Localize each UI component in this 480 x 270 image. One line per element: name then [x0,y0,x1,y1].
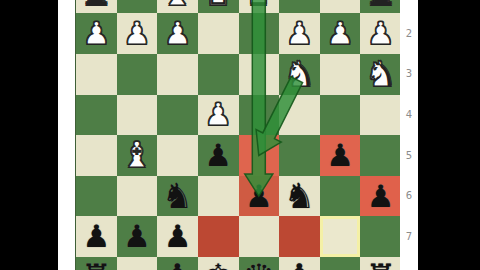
letterbox-left [0,0,58,270]
piece-black-king[interactable]: ♚ [202,260,233,270]
square-f5[interactable] [157,135,198,176]
square-a4[interactable] [360,95,400,136]
square-d6[interactable]: ♟ [239,176,280,217]
square-b6[interactable] [320,176,361,217]
square-a8[interactable]: ♜ [360,257,400,270]
square-g6[interactable] [117,176,158,217]
square-e1[interactable]: ♚ [198,0,239,13]
rank-label-6: 6 [400,190,418,202]
square-f3[interactable] [157,54,198,95]
piece-white-king[interactable]: ♚ [202,0,233,11]
piece-black-pawn[interactable]: ♟ [245,181,273,212]
square-b7[interactable] [320,216,361,257]
square-f2[interactable]: ♟ [157,13,198,54]
rank-label-gutter: 12345678 [400,0,418,270]
piece-black-bishop[interactable]: ♝ [284,260,315,270]
square-c6[interactable]: ♞ [279,176,320,217]
square-d5[interactable] [239,135,280,176]
square-g5[interactable]: ♝ [117,135,158,176]
square-b2[interactable]: ♟ [320,13,361,54]
square-f6[interactable]: ♞ [157,176,198,217]
square-d1[interactable]: ♛ [239,0,280,13]
square-b8[interactable] [320,257,361,270]
board-grid: ♜♝♚♛♜♟♟♟♟♟♟♞♞♟♝♟♟♞♟♞♟♟♟♟♜♝♚♛♝♜ [76,0,400,270]
piece-white-pawn[interactable]: ♟ [286,18,314,49]
piece-black-rook[interactable]: ♜ [365,260,396,270]
piece-white-pawn[interactable]: ♟ [123,18,151,49]
piece-white-knight[interactable]: ♞ [365,57,396,92]
video-frame: ♜♝♚♛♜♟♟♟♟♟♟♞♞♟♝♟♟♞♟♞♟♟♟♟♜♝♚♛♝♜ 12345678 [0,0,480,270]
piece-white-bishop[interactable]: ♝ [121,138,152,173]
piece-white-pawn[interactable]: ♟ [164,18,192,49]
rank-label-5: 5 [400,150,418,162]
rank-label-2: 2 [400,28,418,40]
square-a7[interactable] [360,216,400,257]
piece-white-queen[interactable]: ♛ [243,0,274,11]
square-e5[interactable]: ♟ [198,135,239,176]
square-e8[interactable]: ♚ [198,257,239,270]
square-e7[interactable] [198,216,239,257]
piece-black-knight[interactable]: ♞ [162,179,193,214]
piece-black-queen[interactable]: ♛ [243,260,274,270]
square-g2[interactable]: ♟ [117,13,158,54]
square-h2[interactable]: ♟ [76,13,117,54]
square-g4[interactable] [117,95,158,136]
square-h1[interactable]: ♜ [76,0,117,13]
square-d4[interactable] [239,95,280,136]
piece-black-pawn[interactable]: ♟ [123,221,151,252]
square-a5[interactable] [360,135,400,176]
piece-white-pawn[interactable]: ♟ [326,18,354,49]
square-d8[interactable]: ♛ [239,257,280,270]
square-e3[interactable] [198,54,239,95]
square-c3[interactable]: ♞ [279,54,320,95]
square-c4[interactable] [279,95,320,136]
piece-white-knight[interactable]: ♞ [284,57,315,92]
piece-black-rook[interactable]: ♜ [81,260,112,270]
square-a2[interactable]: ♟ [360,13,400,54]
square-b5[interactable]: ♟ [320,135,361,176]
piece-white-pawn[interactable]: ♟ [367,18,395,49]
square-e6[interactable] [198,176,239,217]
square-f7[interactable]: ♟ [157,216,198,257]
square-a3[interactable]: ♞ [360,54,400,95]
square-h4[interactable] [76,95,117,136]
rank-label-4: 4 [400,109,418,121]
piece-black-pawn[interactable]: ♟ [326,140,354,171]
square-c5[interactable] [279,135,320,176]
piece-black-pawn[interactable]: ♟ [82,221,110,252]
square-e2[interactable] [198,13,239,54]
square-a6[interactable]: ♟ [360,176,400,217]
square-a1[interactable]: ♜ [360,0,400,13]
square-d3[interactable] [239,54,280,95]
square-b3[interactable] [320,54,361,95]
piece-black-pawn[interactable]: ♟ [204,140,232,171]
square-g8[interactable] [117,257,158,270]
square-h8[interactable]: ♜ [76,257,117,270]
square-b4[interactable] [320,95,361,136]
square-b1[interactable] [320,0,361,13]
square-f8[interactable]: ♝ [157,257,198,270]
piece-white-rook[interactable]: ♜ [81,0,112,11]
square-c7[interactable] [279,216,320,257]
square-e4[interactable]: ♟ [198,95,239,136]
square-g3[interactable] [117,54,158,95]
square-d2[interactable] [239,13,280,54]
chess-board: ♜♝♚♛♜♟♟♟♟♟♟♞♞♟♝♟♟♞♟♞♟♟♟♟♜♝♚♛♝♜ [75,0,400,270]
square-g1[interactable] [117,0,158,13]
square-g7[interactable]: ♟ [117,216,158,257]
square-h5[interactable] [76,135,117,176]
piece-white-rook[interactable]: ♜ [365,0,396,11]
square-f4[interactable] [157,95,198,136]
square-f1[interactable]: ♝ [157,0,198,13]
piece-black-knight[interactable]: ♞ [284,179,315,214]
piece-black-pawn[interactable]: ♟ [367,181,395,212]
rank-label-3: 3 [400,68,418,80]
square-c8[interactable]: ♝ [279,257,320,270]
board-left-gutter [58,0,75,270]
square-h3[interactable] [76,54,117,95]
square-d7[interactable] [239,216,280,257]
piece-black-bishop[interactable]: ♝ [162,260,193,270]
square-c2[interactable]: ♟ [279,13,320,54]
rank-label-7: 7 [400,231,418,243]
piece-white-pawn[interactable]: ♟ [204,99,232,130]
piece-white-pawn[interactable]: ♟ [82,18,110,49]
letterbox-right [418,0,480,270]
square-h6[interactable] [76,176,117,217]
piece-black-pawn[interactable]: ♟ [164,221,192,252]
piece-white-bishop[interactable]: ♝ [162,0,193,11]
square-c1[interactable] [279,0,320,13]
square-h7[interactable]: ♟ [76,216,117,257]
